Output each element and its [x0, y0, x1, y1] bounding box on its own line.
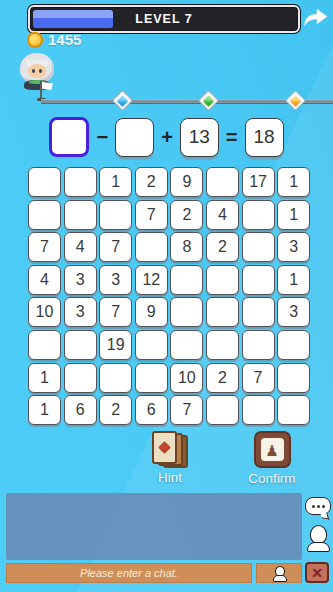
- equation-row: − + 13 = 18: [0, 114, 333, 160]
- grid-cell-r2c5[interactable]: 2: [170, 200, 203, 230]
- grid-cell-r6c3[interactable]: 19: [99, 330, 132, 360]
- grid-cell-r4c6[interactable]: [206, 265, 239, 295]
- grid-cell-r5c2[interactable]: 3: [64, 297, 97, 327]
- grid-cell-r6c4[interactable]: [135, 330, 168, 360]
- gem-yellow-icon: [285, 90, 306, 111]
- grid-cell-r1c4[interactable]: 2: [135, 167, 168, 197]
- grid-cell-r2c8[interactable]: 1: [277, 200, 310, 230]
- close-x-icon: ✕: [311, 566, 323, 580]
- confirm-label: Confirm: [248, 471, 295, 486]
- grid-cell-r8c6[interactable]: [206, 395, 239, 425]
- grid-cell-r1c1[interactable]: [28, 167, 61, 197]
- chat-input[interactable]: [6, 563, 252, 583]
- share-button[interactable]: [302, 6, 329, 30]
- equation-slot-1[interactable]: [49, 117, 89, 157]
- grid-cell-r1c2[interactable]: [64, 167, 97, 197]
- grid-cell-r3c6[interactable]: 2: [206, 232, 239, 262]
- grid-cell-r1c7[interactable]: 17: [242, 167, 275, 197]
- coin-counter: 1455: [27, 31, 81, 48]
- close-chat-button[interactable]: ✕: [305, 562, 329, 583]
- grid-cell-r8c2[interactable]: 6: [64, 395, 97, 425]
- equation-result: 18: [245, 118, 284, 157]
- grid-cell-r8c5[interactable]: 7: [170, 395, 203, 425]
- grid-cell-r2c1[interactable]: [28, 200, 61, 230]
- grid-cell-r3c2[interactable]: 4: [64, 232, 97, 262]
- grid-cell-r3c8[interactable]: 3: [277, 232, 310, 262]
- grid-cell-r7c1[interactable]: 1: [28, 363, 61, 393]
- hint-cards-icon: [151, 431, 189, 467]
- grid-cell-r8c1[interactable]: 1: [28, 395, 61, 425]
- grid-cell-r6c5[interactable]: [170, 330, 203, 360]
- coin-count: 1455: [48, 31, 81, 48]
- grid-cell-r7c7[interactable]: 7: [242, 363, 275, 393]
- level-progress-bar: LEVEL 7: [28, 5, 300, 33]
- grid-cell-r4c4[interactable]: 12: [135, 265, 168, 295]
- start-flag-icon: [40, 81, 58, 101]
- gem-blue-icon: [112, 90, 133, 111]
- grid-cell-r7c6[interactable]: 2: [206, 363, 239, 393]
- grid-cell-r7c4[interactable]: [135, 363, 168, 393]
- grid-cell-r3c4[interactable]: [135, 232, 168, 262]
- confirm-stamp-icon: ♟: [254, 431, 291, 468]
- equation-operand-3[interactable]: 13: [180, 118, 219, 157]
- grid-cell-r4c7[interactable]: [242, 265, 275, 295]
- grid-cell-r4c8[interactable]: 1: [277, 265, 310, 295]
- grid-cell-r2c2[interactable]: [64, 200, 97, 230]
- grid-cell-r5c6[interactable]: [206, 297, 239, 327]
- chat-bubble-icon[interactable]: [305, 497, 331, 515]
- grid-cell-r7c8[interactable]: [277, 363, 310, 393]
- coin-icon: [27, 32, 43, 48]
- grid-cell-r5c7[interactable]: [242, 297, 275, 327]
- grid-cell-r3c5[interactable]: 8: [170, 232, 203, 262]
- chat-log-panel: [6, 493, 302, 560]
- game-screen: LEVEL 7 1455 − + 13 = 18 129171724174782…: [0, 0, 333, 592]
- level-label: LEVEL 7: [30, 7, 298, 31]
- grid-cell-r3c3[interactable]: 7: [99, 232, 132, 262]
- grid-cell-r1c6[interactable]: [206, 167, 239, 197]
- chat-emote-button[interactable]: [256, 563, 302, 583]
- grid-cell-r2c7[interactable]: [242, 200, 275, 230]
- person-icon: [273, 566, 286, 581]
- grid-cell-r2c3[interactable]: [99, 200, 132, 230]
- grid-cell-r8c3[interactable]: 2: [99, 395, 132, 425]
- grid-cell-r6c8[interactable]: [277, 330, 310, 360]
- grid-cell-r8c4[interactable]: 6: [135, 395, 168, 425]
- equals-sign: =: [226, 126, 238, 149]
- hint-button[interactable]: Hint: [141, 431, 199, 485]
- hint-label: Hint: [158, 470, 182, 485]
- grid-cell-r6c7[interactable]: [242, 330, 275, 360]
- confirm-button[interactable]: ♟ Confirm: [239, 431, 305, 486]
- grid-cell-r8c8[interactable]: [277, 395, 310, 425]
- gem-green-icon: [198, 90, 219, 111]
- grid-cell-r1c3[interactable]: 1: [99, 167, 132, 197]
- share-arrow-icon: [302, 6, 329, 30]
- grid-cell-r4c2[interactable]: 3: [64, 265, 97, 295]
- grid-cell-r2c4[interactable]: 7: [135, 200, 168, 230]
- grid-cell-r2c6[interactable]: 4: [206, 200, 239, 230]
- grid-cell-r8c7[interactable]: [242, 395, 275, 425]
- grid-cell-r5c5[interactable]: [170, 297, 203, 327]
- plus-operator: +: [161, 126, 173, 149]
- grid-cell-r6c1[interactable]: [28, 330, 61, 360]
- grid-cell-r7c3[interactable]: [99, 363, 132, 393]
- grid-cell-r6c2[interactable]: [64, 330, 97, 360]
- grid-cell-r5c3[interactable]: 7: [99, 297, 132, 327]
- grid-cell-r4c5[interactable]: [170, 265, 203, 295]
- equation-slot-2[interactable]: [115, 118, 154, 157]
- grid-cell-r1c8[interactable]: 1: [277, 167, 310, 197]
- grid-cell-r5c8[interactable]: 3: [277, 297, 310, 327]
- grid-cell-r1c5[interactable]: 9: [170, 167, 203, 197]
- grid-cell-r3c1[interactable]: 7: [28, 232, 61, 262]
- grid-cell-r6c6[interactable]: [206, 330, 239, 360]
- grid-cell-r4c1[interactable]: 4: [28, 265, 61, 295]
- grid-cell-r7c2[interactable]: [64, 363, 97, 393]
- grid-cell-r5c1[interactable]: 10: [28, 297, 61, 327]
- grid-cell-r4c3[interactable]: 3: [99, 265, 132, 295]
- grid-cell-r7c5[interactable]: 10: [170, 363, 203, 393]
- number-grid: 1291717241747823433121103793191102716267: [28, 167, 310, 425]
- minus-operator: −: [96, 126, 108, 149]
- grid-cell-r5c4[interactable]: 9: [135, 297, 168, 327]
- grid-cell-r3c7[interactable]: [242, 232, 275, 262]
- spectator-icon[interactable]: [307, 525, 329, 551]
